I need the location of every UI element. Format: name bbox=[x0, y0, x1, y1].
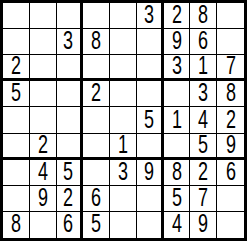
given-digit: 5 bbox=[144, 107, 154, 133]
cell-r2c4[interactable]: 8 bbox=[83, 29, 110, 55]
cell-r8c1[interactable] bbox=[3, 186, 30, 212]
sudoku-board: 3283896231752385142215945398269265786549 bbox=[0, 0, 247, 241]
cell-r1c5[interactable] bbox=[110, 3, 137, 29]
cell-r4c5[interactable] bbox=[110, 81, 137, 107]
given-digit: 4 bbox=[198, 107, 208, 133]
cell-r1c8[interactable]: 8 bbox=[190, 3, 217, 29]
given-digit: 4 bbox=[38, 160, 48, 186]
cell-r9c8[interactable]: 9 bbox=[190, 212, 217, 238]
cell-r4c3[interactable] bbox=[57, 81, 84, 107]
cell-r3c8[interactable]: 1 bbox=[190, 55, 217, 81]
cell-r2c6[interactable] bbox=[137, 29, 164, 55]
given-digit: 9 bbox=[172, 29, 182, 55]
given-digit: 8 bbox=[11, 212, 21, 238]
cell-r7c5[interactable]: 3 bbox=[110, 160, 137, 186]
cell-r1c4[interactable] bbox=[83, 3, 110, 29]
cell-r7c1[interactable] bbox=[3, 160, 30, 186]
cell-r4c6[interactable] bbox=[137, 81, 164, 107]
given-digit: 3 bbox=[144, 3, 154, 29]
cell-r4c2[interactable] bbox=[30, 81, 57, 107]
cell-r5c4[interactable] bbox=[83, 107, 110, 133]
given-digit: 9 bbox=[38, 186, 48, 212]
cell-r9c5[interactable] bbox=[110, 212, 137, 238]
cell-r5c5[interactable] bbox=[110, 107, 137, 133]
cell-r1c3[interactable] bbox=[57, 3, 84, 29]
cell-r2c9[interactable] bbox=[217, 29, 244, 55]
cell-r3c9[interactable]: 7 bbox=[217, 55, 244, 81]
cell-r6c8[interactable]: 5 bbox=[190, 134, 217, 160]
cell-r1c9[interactable] bbox=[217, 3, 244, 29]
cell-r6c4[interactable] bbox=[83, 134, 110, 160]
cell-r8c6[interactable] bbox=[137, 186, 164, 212]
cell-r2c3[interactable]: 3 bbox=[57, 29, 84, 55]
cell-r2c8[interactable]: 6 bbox=[190, 29, 217, 55]
cell-r3c1[interactable]: 2 bbox=[3, 55, 30, 81]
cell-r5c9[interactable]: 2 bbox=[217, 107, 244, 133]
cell-r3c7[interactable]: 3 bbox=[164, 55, 191, 81]
given-digit: 2 bbox=[63, 186, 73, 212]
cell-r2c7[interactable]: 9 bbox=[164, 29, 191, 55]
cell-r5c7[interactable]: 1 bbox=[164, 107, 191, 133]
cell-r6c6[interactable] bbox=[137, 134, 164, 160]
cell-r5c8[interactable]: 4 bbox=[190, 107, 217, 133]
cell-r6c3[interactable] bbox=[57, 134, 84, 160]
cell-r8c4[interactable]: 6 bbox=[83, 186, 110, 212]
given-digit: 2 bbox=[91, 81, 101, 107]
cell-r8c3[interactable]: 2 bbox=[57, 186, 84, 212]
cell-r1c2[interactable] bbox=[30, 3, 57, 29]
given-digit: 6 bbox=[91, 186, 101, 212]
given-digit: 2 bbox=[226, 107, 236, 133]
given-digit: 3 bbox=[198, 81, 208, 107]
cell-r2c1[interactable] bbox=[3, 29, 30, 55]
given-digit: 6 bbox=[226, 160, 236, 186]
cell-r4c8[interactable]: 3 bbox=[190, 81, 217, 107]
cell-r5c1[interactable] bbox=[3, 107, 30, 133]
cell-r6c9[interactable]: 9 bbox=[217, 134, 244, 160]
cell-r6c2[interactable]: 2 bbox=[30, 134, 57, 160]
given-digit: 5 bbox=[172, 186, 182, 212]
given-digit: 2 bbox=[198, 160, 208, 186]
cell-r5c6[interactable]: 5 bbox=[137, 107, 164, 133]
cell-r1c6[interactable]: 3 bbox=[137, 3, 164, 29]
cell-r3c6[interactable] bbox=[137, 55, 164, 81]
given-digit: 7 bbox=[198, 186, 208, 212]
given-digit: 3 bbox=[63, 29, 73, 55]
given-digit: 9 bbox=[226, 134, 236, 159]
given-digit: 7 bbox=[226, 55, 236, 80]
cell-r7c4[interactable] bbox=[83, 160, 110, 186]
given-digit: 8 bbox=[226, 81, 236, 107]
cell-r8c8[interactable]: 7 bbox=[190, 186, 217, 212]
given-digit: 8 bbox=[91, 29, 101, 55]
given-digit: 2 bbox=[11, 55, 21, 80]
cell-r7c2[interactable]: 4 bbox=[30, 160, 57, 186]
cell-r7c9[interactable]: 6 bbox=[217, 160, 244, 186]
given-digit: 4 bbox=[172, 212, 182, 238]
cell-r3c4[interactable] bbox=[83, 55, 110, 81]
cell-r8c2[interactable]: 9 bbox=[30, 186, 57, 212]
cell-r8c9[interactable] bbox=[217, 186, 244, 212]
given-digit: 2 bbox=[172, 3, 182, 29]
cell-r7c7[interactable]: 8 bbox=[164, 160, 191, 186]
given-digit: 5 bbox=[63, 160, 73, 186]
given-digit: 1 bbox=[198, 55, 208, 80]
cell-r6c5[interactable]: 1 bbox=[110, 134, 137, 160]
cell-r8c5[interactable] bbox=[110, 186, 137, 212]
cell-r3c2[interactable] bbox=[30, 55, 57, 81]
cell-r4c7[interactable] bbox=[164, 81, 191, 107]
cell-r7c8[interactable]: 2 bbox=[190, 160, 217, 186]
given-digit: 9 bbox=[198, 212, 208, 238]
given-digit: 5 bbox=[198, 134, 208, 159]
given-digit: 9 bbox=[144, 160, 154, 186]
cell-r6c1[interactable] bbox=[3, 134, 30, 160]
cell-r4c4[interactable]: 2 bbox=[83, 81, 110, 107]
cell-r2c2[interactable] bbox=[30, 29, 57, 55]
cell-r9c7[interactable]: 4 bbox=[164, 212, 191, 238]
given-digit: 5 bbox=[91, 212, 101, 238]
cell-r1c7[interactable]: 2 bbox=[164, 3, 191, 29]
given-digit: 8 bbox=[198, 3, 208, 29]
cell-r5c3[interactable] bbox=[57, 107, 84, 133]
cell-r9c9[interactable] bbox=[217, 212, 244, 238]
cell-r4c1[interactable]: 5 bbox=[3, 81, 30, 107]
cell-r3c3[interactable] bbox=[57, 55, 84, 81]
given-digit: 8 bbox=[172, 160, 182, 186]
cell-r8c7[interactable]: 5 bbox=[164, 186, 191, 212]
cell-r2c5[interactable] bbox=[110, 29, 137, 55]
given-digit: 1 bbox=[172, 107, 182, 133]
given-digit: 3 bbox=[118, 160, 128, 186]
given-digit: 6 bbox=[63, 212, 73, 238]
given-digit: 2 bbox=[38, 134, 48, 159]
cell-r4c9[interactable]: 8 bbox=[217, 81, 244, 107]
cell-r5c2[interactable] bbox=[30, 107, 57, 133]
cell-r9c4[interactable]: 5 bbox=[83, 212, 110, 238]
cell-r1c1[interactable] bbox=[3, 3, 30, 29]
cell-r9c3[interactable]: 6 bbox=[57, 212, 84, 238]
given-digit: 3 bbox=[172, 55, 182, 80]
cell-r3c5[interactable] bbox=[110, 55, 137, 81]
given-digit: 1 bbox=[118, 134, 128, 159]
given-digit: 5 bbox=[11, 81, 21, 107]
cell-r9c2[interactable] bbox=[30, 212, 57, 238]
given-digit: 6 bbox=[198, 29, 208, 55]
cell-r7c6[interactable]: 9 bbox=[137, 160, 164, 186]
cell-r9c6[interactable] bbox=[137, 212, 164, 238]
cell-r9c1[interactable]: 8 bbox=[3, 212, 30, 238]
cell-r6c7[interactable] bbox=[164, 134, 191, 160]
cell-r7c3[interactable]: 5 bbox=[57, 160, 84, 186]
